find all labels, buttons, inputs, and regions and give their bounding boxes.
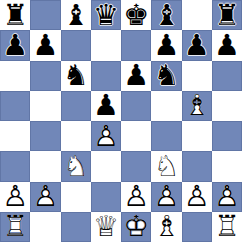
square-a8[interactable]: ♜ xyxy=(0,0,30,30)
square-g1[interactable] xyxy=(182,212,212,242)
square-f7[interactable]: ♟ xyxy=(151,30,181,60)
square-c1[interactable] xyxy=(61,212,91,242)
square-f1[interactable]: ♝♗ xyxy=(151,212,181,242)
square-b2[interactable]: ♟♙ xyxy=(30,182,60,212)
square-g2[interactable]: ♟♙ xyxy=(182,182,212,212)
square-c3[interactable]: ♞♘ xyxy=(61,151,91,181)
white-pawn[interactable]: ♟♙ xyxy=(30,182,60,212)
white-rook[interactable]: ♜♖ xyxy=(212,212,242,242)
black-rook[interactable]: ♜ xyxy=(212,0,242,30)
square-e4[interactable] xyxy=(121,121,151,151)
square-c4[interactable] xyxy=(61,121,91,151)
piece-outline: ♗ xyxy=(151,212,181,242)
square-a7[interactable]: ♟ xyxy=(0,30,30,60)
square-b3[interactable] xyxy=(30,151,60,181)
square-d3[interactable] xyxy=(91,151,121,181)
square-g5[interactable]: ♝♗ xyxy=(182,91,212,121)
white-knight[interactable]: ♞♘ xyxy=(151,151,181,181)
square-c5[interactable] xyxy=(61,91,91,121)
white-bishop[interactable]: ♝♗ xyxy=(182,91,212,121)
square-h8[interactable]: ♜ xyxy=(212,0,242,30)
square-d8[interactable]: ♛ xyxy=(91,0,121,30)
piece-outline: ♙ xyxy=(182,182,212,212)
square-a1[interactable]: ♜♖ xyxy=(0,212,30,242)
square-b7[interactable]: ♟ xyxy=(30,30,60,60)
square-d6[interactable] xyxy=(91,61,121,91)
white-pawn[interactable]: ♟♙ xyxy=(121,182,151,212)
black-king[interactable]: ♚ xyxy=(121,0,151,30)
white-pawn[interactable]: ♟♙ xyxy=(91,121,121,151)
square-e7[interactable] xyxy=(121,30,151,60)
square-b1[interactable] xyxy=(30,212,60,242)
black-knight[interactable]: ♞ xyxy=(61,61,91,91)
square-c6[interactable]: ♞ xyxy=(61,61,91,91)
square-d1[interactable]: ♛♕ xyxy=(91,212,121,242)
square-e1[interactable]: ♚♔ xyxy=(121,212,151,242)
square-g4[interactable] xyxy=(182,121,212,151)
black-pawn[interactable]: ♟ xyxy=(151,30,181,60)
square-g3[interactable] xyxy=(182,151,212,181)
square-d2[interactable] xyxy=(91,182,121,212)
square-g6[interactable] xyxy=(182,61,212,91)
black-pawn[interactable]: ♟ xyxy=(121,61,151,91)
black-pawn[interactable]: ♟ xyxy=(182,30,212,60)
white-pawn[interactable]: ♟♙ xyxy=(182,182,212,212)
square-h2[interactable]: ♟♙ xyxy=(212,182,242,212)
square-a4[interactable] xyxy=(0,121,30,151)
square-a5[interactable] xyxy=(0,91,30,121)
piece-outline: ♖ xyxy=(212,212,242,242)
square-h4[interactable] xyxy=(212,121,242,151)
piece-outline: ♘ xyxy=(151,151,181,181)
piece-outline: ♘ xyxy=(61,151,91,181)
square-f2[interactable]: ♟♙ xyxy=(151,182,181,212)
square-d4[interactable]: ♟♙ xyxy=(91,121,121,151)
black-knight[interactable]: ♞ xyxy=(151,61,181,91)
square-c8[interactable]: ♝ xyxy=(61,0,91,30)
square-e5[interactable] xyxy=(121,91,151,121)
white-pawn[interactable]: ♟♙ xyxy=(0,182,30,212)
black-rook[interactable]: ♜ xyxy=(0,0,30,30)
square-e3[interactable] xyxy=(121,151,151,181)
piece-outline: ♖ xyxy=(0,212,30,242)
piece-outline: ♙ xyxy=(212,182,242,212)
square-f6[interactable]: ♞ xyxy=(151,61,181,91)
piece-outline: ♔ xyxy=(121,212,151,242)
square-b4[interactable] xyxy=(30,121,60,151)
white-pawn[interactable]: ♟♙ xyxy=(212,182,242,212)
square-b5[interactable] xyxy=(30,91,60,121)
square-e8[interactable]: ♚ xyxy=(121,0,151,30)
square-e6[interactable]: ♟ xyxy=(121,61,151,91)
piece-outline: ♙ xyxy=(121,182,151,212)
square-f8[interactable]: ♝ xyxy=(151,0,181,30)
square-d7[interactable] xyxy=(91,30,121,60)
square-b6[interactable] xyxy=(30,61,60,91)
white-queen[interactable]: ♛♕ xyxy=(91,212,121,242)
white-pawn[interactable]: ♟♙ xyxy=(151,182,181,212)
square-e2[interactable]: ♟♙ xyxy=(121,182,151,212)
square-f4[interactable] xyxy=(151,121,181,151)
square-h3[interactable] xyxy=(212,151,242,181)
piece-outline: ♕ xyxy=(91,212,121,242)
piece-outline: ♙ xyxy=(91,121,121,151)
white-king[interactable]: ♚♔ xyxy=(121,212,151,242)
square-g7[interactable]: ♟ xyxy=(182,30,212,60)
piece-outline: ♙ xyxy=(0,182,30,212)
square-h5[interactable] xyxy=(212,91,242,121)
white-bishop[interactable]: ♝♗ xyxy=(151,212,181,242)
white-rook[interactable]: ♜♖ xyxy=(0,212,30,242)
square-h6[interactable] xyxy=(212,61,242,91)
piece-outline: ♙ xyxy=(30,182,60,212)
black-pawn[interactable]: ♟ xyxy=(0,30,30,60)
black-pawn[interactable]: ♟ xyxy=(212,30,242,60)
white-knight[interactable]: ♞♘ xyxy=(61,151,91,181)
square-g8[interactable] xyxy=(182,0,212,30)
square-c2[interactable] xyxy=(61,182,91,212)
square-b8[interactable] xyxy=(30,0,60,30)
square-f3[interactable]: ♞♘ xyxy=(151,151,181,181)
square-d5[interactable]: ♟ xyxy=(91,91,121,121)
square-a3[interactable] xyxy=(0,151,30,181)
black-pawn[interactable]: ♟ xyxy=(30,30,60,60)
square-f5[interactable] xyxy=(151,91,181,121)
black-bishop[interactable]: ♝ xyxy=(151,0,181,30)
square-c7[interactable] xyxy=(61,30,91,60)
piece-outline: ♗ xyxy=(182,91,212,121)
black-bishop[interactable]: ♝ xyxy=(61,0,91,30)
black-queen[interactable]: ♛ xyxy=(91,0,121,30)
black-pawn[interactable]: ♟ xyxy=(91,91,121,121)
square-a6[interactable] xyxy=(0,61,30,91)
piece-outline: ♙ xyxy=(151,182,181,212)
square-h1[interactable]: ♜♖ xyxy=(212,212,242,242)
chess-board: ♜♝♛♚♝♜♟♟♟♟♟♞♟♞♟♝♗♟♙♞♘♞♘♟♙♟♙♟♙♟♙♟♙♟♙♜♖♛♕♚… xyxy=(0,0,242,242)
square-h7[interactable]: ♟ xyxy=(212,30,242,60)
square-a2[interactable]: ♟♙ xyxy=(0,182,30,212)
